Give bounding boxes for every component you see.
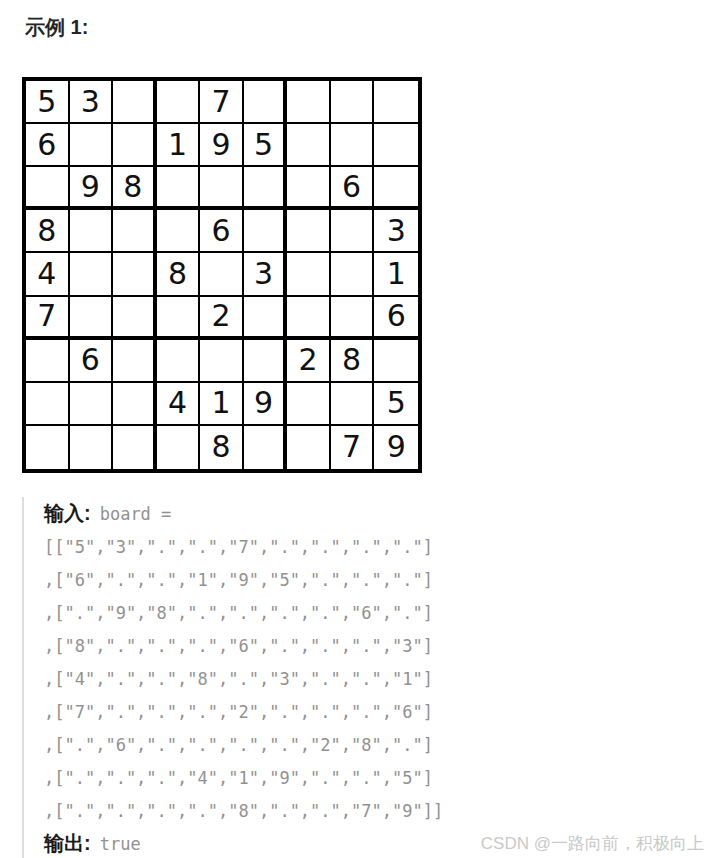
cell-r8c0 [26, 426, 70, 469]
cell-r7c1 [70, 383, 114, 426]
csdn-watermark: CSDN @一路向前，积极向上 [481, 832, 704, 855]
cell-r3c5 [244, 210, 288, 253]
input-label: 输入: [44, 500, 91, 527]
cell-r7c6 [287, 383, 331, 426]
cell-r3c1 [70, 210, 114, 253]
cell-r5c0: 7 [26, 297, 70, 340]
cell-r5c6 [287, 297, 331, 340]
cell-r4c0: 4 [26, 253, 70, 296]
cell-r7c5: 9 [244, 383, 288, 426]
cell-r4c8: 1 [374, 253, 418, 296]
cell-r5c7 [331, 297, 375, 340]
cell-r5c8: 6 [374, 297, 418, 340]
cell-r6c4 [200, 340, 244, 383]
cell-r1c2 [113, 124, 157, 167]
cell-r0c5 [244, 81, 288, 124]
cell-r3c3 [157, 210, 201, 253]
cell-r8c3 [157, 426, 201, 469]
cell-r1c0: 6 [26, 124, 70, 167]
cell-r6c7: 8 [331, 340, 375, 383]
board-array-line-1: ,["6",".",".","1","9","5",".",".","."] [44, 563, 704, 596]
cell-r0c7 [331, 81, 375, 124]
cell-r3c2 [113, 210, 157, 253]
input-value: board = [100, 504, 182, 524]
cell-r4c3: 8 [157, 253, 201, 296]
cell-r5c3 [157, 297, 201, 340]
cell-r0c8 [374, 81, 418, 124]
cell-r2c2: 8 [113, 167, 157, 210]
cell-r5c5 [244, 297, 288, 340]
input-line: 输入: board = [44, 497, 704, 530]
cell-r3c4: 6 [200, 210, 244, 253]
cell-r2c5 [244, 167, 288, 210]
output-line: 输出:true CSDN @一路向前，积极向上 [44, 827, 704, 858]
cell-r2c3 [157, 167, 201, 210]
cell-r3c7 [331, 210, 375, 253]
cell-r6c0 [26, 340, 70, 383]
cell-r8c1 [70, 426, 114, 469]
cell-r1c3: 1 [157, 124, 201, 167]
cell-r1c5: 5 [244, 124, 288, 167]
cell-r8c4: 8 [200, 426, 244, 469]
cell-r1c6 [287, 124, 331, 167]
cell-r7c4: 1 [200, 383, 244, 426]
example-io-block: 输入: board = [["5","3",".",".","7",".",".… [22, 497, 704, 858]
board-array-line-6: ,[".","6",".",".",".",".","2","8","."] [44, 728, 704, 761]
board-array-line-2: ,[".","9","8",".",".",".",".","6","."] [44, 596, 704, 629]
cell-r4c2 [113, 253, 157, 296]
cell-r6c1: 6 [70, 340, 114, 383]
board-array-line-4: ,["4",".",".","8",".","3",".",".","1"] [44, 662, 704, 695]
cell-r5c4: 2 [200, 297, 244, 340]
cell-r0c6 [287, 81, 331, 124]
cell-r4c1 [70, 253, 114, 296]
cell-r2c0 [26, 167, 70, 210]
cell-r3c0: 8 [26, 210, 70, 253]
cell-r6c8 [374, 340, 418, 383]
board-array-line-3: ,["8",".",".",".","6",".",".",".","3"] [44, 629, 704, 662]
output-group: 输出:true [44, 830, 141, 857]
cell-r0c0: 5 [26, 81, 70, 124]
board-array-line-5: ,["7",".",".",".","2",".",".",".","6"] [44, 695, 704, 728]
cell-r5c2 [113, 297, 157, 340]
cell-r2c7: 6 [331, 167, 375, 210]
cell-r1c4: 9 [200, 124, 244, 167]
cell-r7c2 [113, 383, 157, 426]
output-value: true [100, 834, 141, 854]
cell-r7c7 [331, 383, 375, 426]
cell-r2c8 [374, 167, 418, 210]
cell-r6c6: 2 [287, 340, 331, 383]
board-array-line-0: [["5","3",".",".","7",".",".",".","."] [44, 530, 704, 563]
cell-r8c6 [287, 426, 331, 469]
cell-r1c8 [374, 124, 418, 167]
cell-r4c6 [287, 253, 331, 296]
cell-r7c8: 5 [374, 383, 418, 426]
example-title: 示例 1: [25, 14, 88, 41]
cell-r6c5 [244, 340, 288, 383]
cell-r1c1 [70, 124, 114, 167]
cell-r1c7 [331, 124, 375, 167]
cell-r7c3: 4 [157, 383, 201, 426]
sudoku-board: 537619598686348317266284195879 [22, 77, 422, 473]
board-array: [["5","3",".",".","7",".",".",".","."],[… [44, 530, 704, 827]
cell-r2c1: 9 [70, 167, 114, 210]
cell-r0c3 [157, 81, 201, 124]
cell-r4c5: 3 [244, 253, 288, 296]
cell-r0c1: 3 [70, 81, 114, 124]
cell-r4c7 [331, 253, 375, 296]
cell-r7c0 [26, 383, 70, 426]
cell-r5c1 [70, 297, 114, 340]
cell-r8c8: 9 [374, 426, 418, 469]
article-page: 示例 1: 537619598686348317266284195879 输入:… [0, 0, 714, 858]
cell-r2c6 [287, 167, 331, 210]
cell-r4c4 [200, 253, 244, 296]
cell-r2c4 [200, 167, 244, 210]
cell-r3c8: 3 [374, 210, 418, 253]
cell-r6c3 [157, 340, 201, 383]
cell-r3c6 [287, 210, 331, 253]
cell-r8c7: 7 [331, 426, 375, 469]
cell-r0c4: 7 [200, 81, 244, 124]
board-array-line-8: ,[".",".",".",".","8",".",".","7","9"]] [44, 794, 704, 827]
cell-r8c2 [113, 426, 157, 469]
cell-r6c2 [113, 340, 157, 383]
cell-r0c2 [113, 81, 157, 124]
output-label: 输出: [44, 832, 91, 854]
board-array-line-7: ,[".",".",".","4","1","9",".",".","5"] [44, 761, 704, 794]
cell-r8c5 [244, 426, 288, 469]
